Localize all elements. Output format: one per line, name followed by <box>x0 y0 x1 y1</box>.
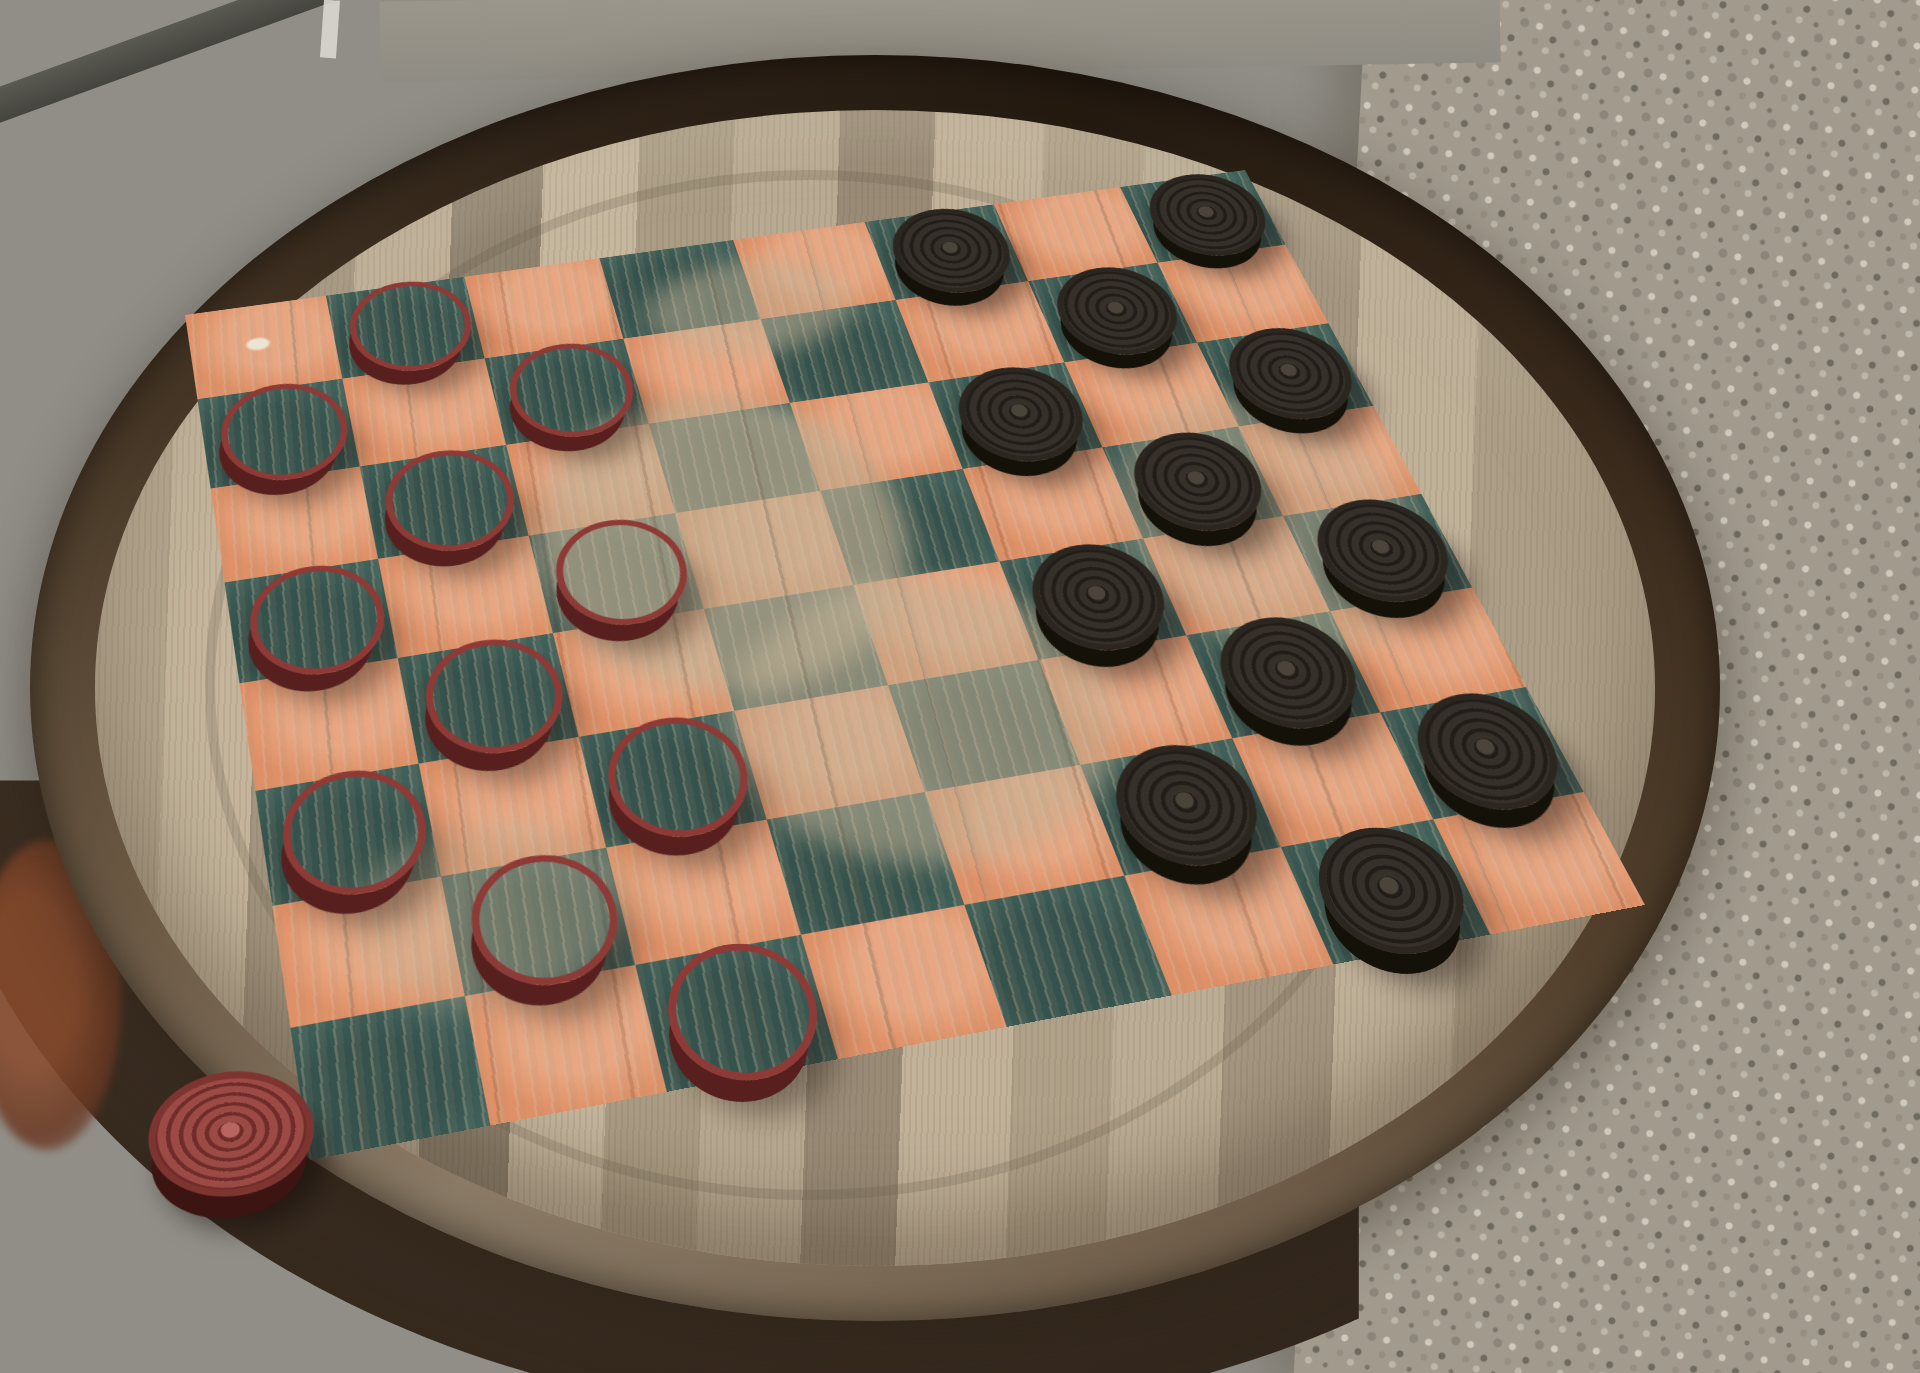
concrete-curb <box>0 0 402 137</box>
photo-checkers-on-barrel: { "game": "checkers", "scene_description… <box>0 0 1920 1373</box>
curb-paint-chip <box>320 0 340 58</box>
